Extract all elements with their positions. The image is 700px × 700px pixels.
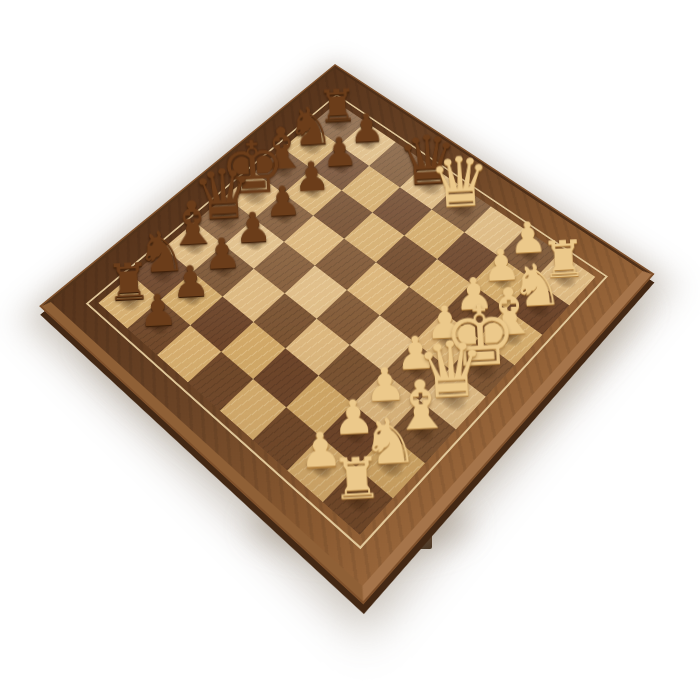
chess-board: ♜♞♝♛♚♝♞♜♟♟♟♟♟♟♟♟♛♛♟♟♟♟♟♟♟♟♜♞♝♛♚♝♞♜ xyxy=(42,66,652,602)
perspective-scene: ♜♞♝♛♚♝♞♜♟♟♟♟♟♟♟♟♛♛♟♟♟♟♟♟♟♟♜♞♝♛♚♝♞♜ xyxy=(0,0,700,700)
chess-set-photo: ♜♞♝♛♚♝♞♜♟♟♟♟♟♟♟♟♛♛♟♟♟♟♟♟♟♟♜♞♝♛♚♝♞♜ xyxy=(0,0,700,700)
rook-glyph-icon: ♜ xyxy=(330,449,384,508)
queen-glyph-icon: ♛ xyxy=(427,146,492,218)
pieces-layer: ♜♞♝♛♚♝♞♜♟♟♟♟♟♟♟♟♛♛♟♟♟♟♟♟♟♟♜♞♝♛♚♝♞♜ xyxy=(98,102,595,535)
pawn-glyph-icon: ♟ xyxy=(137,288,178,334)
photo-rotation-wrap: ♜♞♝♛♚♝♞♜♟♟♟♟♟♟♟♟♛♛♟♟♟♟♟♟♟♟♜♞♝♛♚♝♞♜ xyxy=(0,0,700,700)
